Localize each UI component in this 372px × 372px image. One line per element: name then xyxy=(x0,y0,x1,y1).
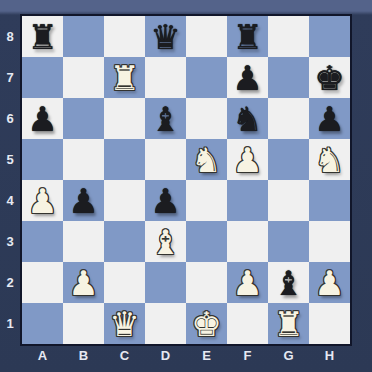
square-b7[interactable] xyxy=(63,57,104,98)
square-d8[interactable]: ♛ xyxy=(145,16,186,57)
chess-board: ♜♛♜♜♟♚♟♝♞♟♞♟♞♟♟♟♝♟♟♝♟♛♚♜ xyxy=(20,14,352,346)
square-g6[interactable] xyxy=(268,98,309,139)
file-label-d: D xyxy=(145,346,186,370)
square-f6[interactable]: ♞ xyxy=(227,98,268,139)
white-knight: ♞ xyxy=(314,143,344,177)
square-a7[interactable] xyxy=(22,57,63,98)
rank-label-8: 8 xyxy=(0,16,20,57)
file-label-b: B xyxy=(63,346,104,370)
square-f8[interactable]: ♜ xyxy=(227,16,268,57)
file-label-a: A xyxy=(22,346,63,370)
square-c7[interactable]: ♜ xyxy=(104,57,145,98)
rank-label-2: 2 xyxy=(0,262,20,303)
square-a8[interactable]: ♜ xyxy=(22,16,63,57)
square-f1[interactable] xyxy=(227,303,268,344)
square-b2[interactable]: ♟ xyxy=(63,262,104,303)
black-queen: ♛ xyxy=(150,20,180,54)
black-pawn: ♟ xyxy=(150,184,180,218)
square-c8[interactable] xyxy=(104,16,145,57)
square-a2[interactable] xyxy=(22,262,63,303)
square-b5[interactable] xyxy=(63,139,104,180)
black-king: ♚ xyxy=(314,61,344,95)
rank-label-1: 1 xyxy=(0,303,20,344)
black-rook: ♜ xyxy=(232,20,262,54)
square-b8[interactable] xyxy=(63,16,104,57)
square-e2[interactable] xyxy=(186,262,227,303)
square-d1[interactable] xyxy=(145,303,186,344)
black-pawn: ♟ xyxy=(232,61,262,95)
square-a5[interactable] xyxy=(22,139,63,180)
rank-label-3: 3 xyxy=(0,221,20,262)
square-d7[interactable] xyxy=(145,57,186,98)
square-g4[interactable] xyxy=(268,180,309,221)
square-a3[interactable] xyxy=(22,221,63,262)
black-pawn: ♟ xyxy=(27,102,57,136)
square-h7[interactable]: ♚ xyxy=(309,57,350,98)
rank-labels: 87654321 xyxy=(0,16,20,344)
square-g7[interactable] xyxy=(268,57,309,98)
black-knight: ♞ xyxy=(232,102,262,136)
file-label-f: F xyxy=(227,346,268,370)
square-f7[interactable]: ♟ xyxy=(227,57,268,98)
square-a6[interactable]: ♟ xyxy=(22,98,63,139)
white-pawn: ♟ xyxy=(68,266,98,300)
file-label-g: G xyxy=(268,346,309,370)
file-label-e: E xyxy=(186,346,227,370)
square-c1[interactable]: ♛ xyxy=(104,303,145,344)
white-knight: ♞ xyxy=(191,143,221,177)
square-h6[interactable]: ♟ xyxy=(309,98,350,139)
file-labels: ABCDEFGH xyxy=(22,346,350,370)
square-e1[interactable]: ♚ xyxy=(186,303,227,344)
square-d3[interactable]: ♝ xyxy=(145,221,186,262)
rank-label-5: 5 xyxy=(0,139,20,180)
black-pawn: ♟ xyxy=(68,184,98,218)
square-g1[interactable]: ♜ xyxy=(268,303,309,344)
white-pawn: ♟ xyxy=(232,266,262,300)
square-b6[interactable] xyxy=(63,98,104,139)
square-h4[interactable] xyxy=(309,180,350,221)
square-d6[interactable]: ♝ xyxy=(145,98,186,139)
square-h2[interactable]: ♟ xyxy=(309,262,350,303)
white-pawn: ♟ xyxy=(27,184,57,218)
square-d5[interactable] xyxy=(145,139,186,180)
white-rook: ♜ xyxy=(273,307,303,341)
square-g5[interactable] xyxy=(268,139,309,180)
square-e6[interactable] xyxy=(186,98,227,139)
square-a1[interactable] xyxy=(22,303,63,344)
square-b4[interactable]: ♟ xyxy=(63,180,104,221)
square-g3[interactable] xyxy=(268,221,309,262)
square-f5[interactable]: ♟ xyxy=(227,139,268,180)
square-e3[interactable] xyxy=(186,221,227,262)
square-h8[interactable] xyxy=(309,16,350,57)
square-h3[interactable] xyxy=(309,221,350,262)
square-d2[interactable] xyxy=(145,262,186,303)
white-pawn: ♟ xyxy=(314,266,344,300)
white-pawn: ♟ xyxy=(232,143,262,177)
square-c6[interactable] xyxy=(104,98,145,139)
square-e7[interactable] xyxy=(186,57,227,98)
square-h5[interactable]: ♞ xyxy=(309,139,350,180)
square-g2[interactable]: ♝ xyxy=(268,262,309,303)
square-f4[interactable] xyxy=(227,180,268,221)
square-f3[interactable] xyxy=(227,221,268,262)
square-h1[interactable] xyxy=(309,303,350,344)
square-d4[interactable]: ♟ xyxy=(145,180,186,221)
square-e5[interactable]: ♞ xyxy=(186,139,227,180)
square-c2[interactable] xyxy=(104,262,145,303)
square-e8[interactable] xyxy=(186,16,227,57)
black-rook: ♜ xyxy=(27,20,57,54)
white-rook: ♜ xyxy=(109,61,139,95)
chess-diagram: 87654321 ♜♛♜♜♟♚♟♝♞♟♞♟♞♟♟♟♝♟♟♝♟♛♚♜ ABCDEF… xyxy=(0,0,372,372)
black-bishop: ♝ xyxy=(150,102,180,136)
rank-label-7: 7 xyxy=(0,57,20,98)
file-label-h: H xyxy=(309,346,350,370)
rank-label-6: 6 xyxy=(0,98,20,139)
white-king: ♚ xyxy=(191,307,221,341)
square-c3[interactable] xyxy=(104,221,145,262)
square-e4[interactable] xyxy=(186,180,227,221)
square-b3[interactable] xyxy=(63,221,104,262)
rank-label-4: 4 xyxy=(0,180,20,221)
square-c5[interactable] xyxy=(104,139,145,180)
black-pawn: ♟ xyxy=(314,102,344,136)
square-b1[interactable] xyxy=(63,303,104,344)
file-label-c: C xyxy=(104,346,145,370)
square-a4[interactable]: ♟ xyxy=(22,180,63,221)
white-bishop: ♝ xyxy=(150,225,180,259)
square-g8[interactable] xyxy=(268,16,309,57)
square-f2[interactable]: ♟ xyxy=(227,262,268,303)
white-queen: ♛ xyxy=(109,307,139,341)
square-c4[interactable] xyxy=(104,180,145,221)
black-bishop: ♝ xyxy=(273,266,303,300)
